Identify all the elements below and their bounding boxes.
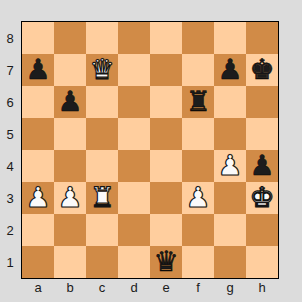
square-e3[interactable] [150,182,182,214]
file-label-g: g [214,280,246,295]
square-h1[interactable] [246,246,278,278]
file-label-d: d [118,280,150,295]
square-b5[interactable] [54,118,86,150]
square-d8[interactable] [118,22,150,54]
file-label-a: a [22,280,54,295]
square-e4[interactable] [150,150,182,182]
square-g1[interactable] [214,246,246,278]
square-h5[interactable] [246,118,278,150]
piece-white-rook: ♜ [89,182,114,214]
piece-black-pawn: ♟ [25,54,50,86]
piece-white-pawn: ♟ [185,182,210,214]
chess-diagram: 87654321 ♟♛♟♚♟♜♟♟♟♟♜♟♚♛ abcdefgh [0,0,302,302]
chess-board: ♟♛♟♚♟♜♟♟♟♟♜♟♚♛ [21,21,279,279]
piece-white-king: ♚ [249,182,274,214]
square-b8[interactable] [54,22,86,54]
square-e5[interactable] [150,118,182,150]
square-e8[interactable] [150,22,182,54]
piece-black-rook: ♜ [185,86,210,118]
rank-label-4: 4 [0,150,20,182]
rank-label-1: 1 [0,246,20,278]
rank-label-7: 7 [0,54,20,86]
square-b4[interactable] [54,150,86,182]
square-h8[interactable] [246,22,278,54]
square-a2[interactable] [22,214,54,246]
square-a4[interactable] [22,150,54,182]
square-g6[interactable] [214,86,246,118]
square-d6[interactable] [118,86,150,118]
square-f3[interactable]: ♟ [182,182,214,214]
square-b7[interactable] [54,54,86,86]
square-c4[interactable] [86,150,118,182]
square-b2[interactable] [54,214,86,246]
square-h7[interactable]: ♚ [246,54,278,86]
file-label-e: e [150,280,182,295]
square-d7[interactable] [118,54,150,86]
square-b1[interactable] [54,246,86,278]
square-e1[interactable]: ♛ [150,246,182,278]
square-a8[interactable] [22,22,54,54]
piece-black-king: ♚ [249,54,274,86]
square-f1[interactable] [182,246,214,278]
square-c1[interactable] [86,246,118,278]
square-d5[interactable] [118,118,150,150]
square-g4[interactable]: ♟ [214,150,246,182]
piece-white-pawn: ♟ [217,150,242,182]
rank-label-6: 6 [0,86,20,118]
square-b3[interactable]: ♟ [54,182,86,214]
square-g2[interactable] [214,214,246,246]
file-label-b: b [54,280,86,295]
file-label-h: h [246,280,278,295]
rank-label-8: 8 [0,22,20,54]
rank-label-3: 3 [0,182,20,214]
square-c2[interactable] [86,214,118,246]
square-g8[interactable] [214,22,246,54]
square-f5[interactable] [182,118,214,150]
square-h2[interactable] [246,214,278,246]
square-h6[interactable] [246,86,278,118]
square-c8[interactable] [86,22,118,54]
rank-labels: 87654321 [0,22,20,278]
square-a7[interactable]: ♟ [22,54,54,86]
square-f4[interactable] [182,150,214,182]
square-g5[interactable] [214,118,246,150]
file-label-c: c [86,280,118,295]
square-e7[interactable] [150,54,182,86]
square-d4[interactable] [118,150,150,182]
file-labels: abcdefgh [22,280,278,295]
square-e6[interactable] [150,86,182,118]
square-b6[interactable]: ♟ [54,86,86,118]
square-g3[interactable] [214,182,246,214]
square-d1[interactable] [118,246,150,278]
square-f7[interactable] [182,54,214,86]
square-c7[interactable]: ♛ [86,54,118,86]
square-c3[interactable]: ♜ [86,182,118,214]
piece-black-pawn: ♟ [57,86,82,118]
piece-white-pawn: ♟ [25,182,50,214]
square-a5[interactable] [22,118,54,150]
piece-white-queen: ♛ [89,54,114,86]
square-e2[interactable] [150,214,182,246]
square-h3[interactable]: ♚ [246,182,278,214]
square-f2[interactable] [182,214,214,246]
square-f8[interactable] [182,22,214,54]
square-g7[interactable]: ♟ [214,54,246,86]
file-label-f: f [182,280,214,295]
rank-label-5: 5 [0,118,20,150]
square-f6[interactable]: ♜ [182,86,214,118]
square-a1[interactable] [22,246,54,278]
piece-white-pawn: ♟ [57,182,82,214]
piece-black-pawn: ♟ [217,54,242,86]
square-d3[interactable] [118,182,150,214]
square-c5[interactable] [86,118,118,150]
square-c6[interactable] [86,86,118,118]
square-h4[interactable]: ♟ [246,150,278,182]
rank-label-2: 2 [0,214,20,246]
square-d2[interactable] [118,214,150,246]
piece-black-queen: ♛ [153,246,178,278]
square-a6[interactable] [22,86,54,118]
piece-black-pawn: ♟ [249,150,274,182]
square-a3[interactable]: ♟ [22,182,54,214]
